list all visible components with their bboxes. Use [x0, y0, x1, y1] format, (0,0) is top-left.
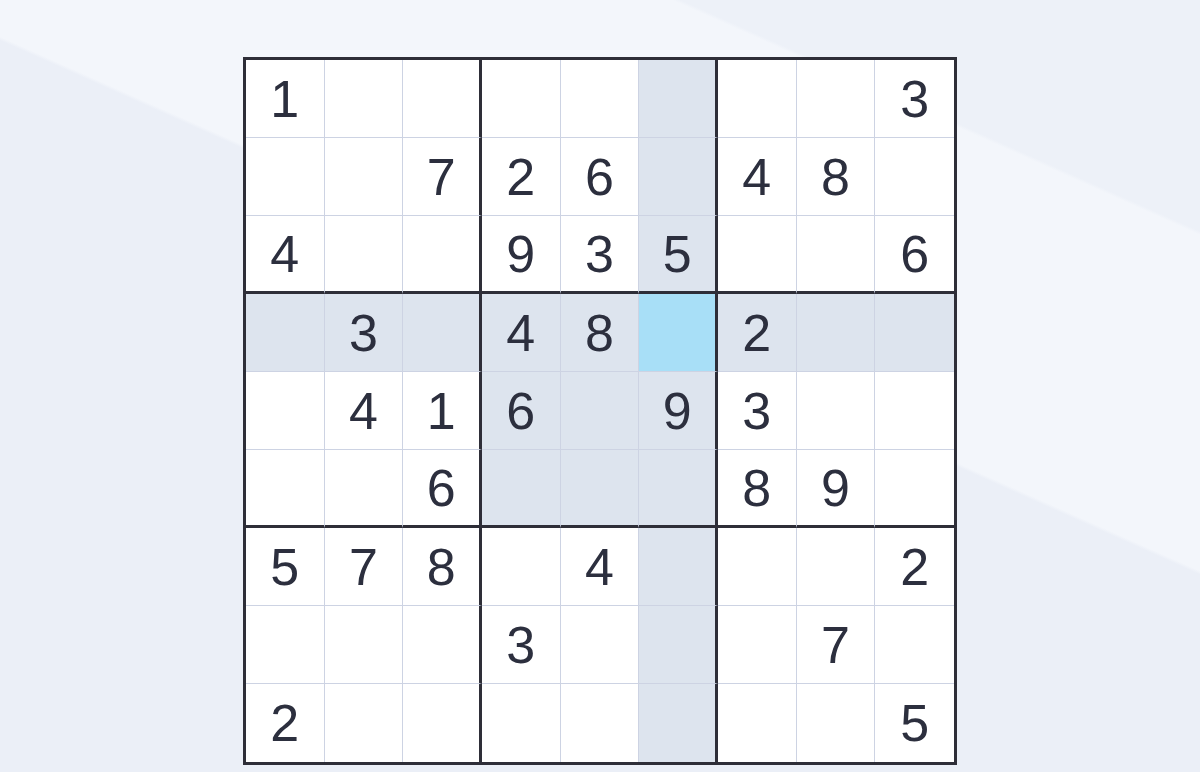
- cell-r1c1[interactable]: 1: [246, 60, 325, 138]
- cell-r7c6[interactable]: [639, 528, 718, 606]
- cell-r3c3[interactable]: [403, 216, 482, 294]
- cell-r8c4[interactable]: 3: [482, 606, 561, 684]
- cell-r9c6[interactable]: [639, 684, 718, 762]
- cell-r1c2[interactable]: [325, 60, 404, 138]
- cell-r4c5[interactable]: 8: [561, 294, 640, 372]
- cell-r1c3[interactable]: [403, 60, 482, 138]
- cell-r2c5[interactable]: 6: [561, 138, 640, 216]
- cell-r2c1[interactable]: [246, 138, 325, 216]
- cell-r1c8[interactable]: [797, 60, 876, 138]
- cell-r9c2[interactable]: [325, 684, 404, 762]
- cell-r7c9[interactable]: 2: [875, 528, 954, 606]
- cell-r5c3[interactable]: 1: [403, 372, 482, 450]
- cell-r9c7[interactable]: [718, 684, 797, 762]
- cell-r7c3[interactable]: 8: [403, 528, 482, 606]
- cell-r4c3[interactable]: [403, 294, 482, 372]
- cell-r3c1[interactable]: 4: [246, 216, 325, 294]
- page-background: { "game": "sudoku", "board": { "size": 9…: [0, 0, 1200, 772]
- cell-r7c7[interactable]: [718, 528, 797, 606]
- cell-r2c9[interactable]: [875, 138, 954, 216]
- cell-r2c8[interactable]: 8: [797, 138, 876, 216]
- cell-r9c3[interactable]: [403, 684, 482, 762]
- cell-r2c6[interactable]: [639, 138, 718, 216]
- cell-r2c7[interactable]: 4: [718, 138, 797, 216]
- cell-r5c9[interactable]: [875, 372, 954, 450]
- cell-r9c5[interactable]: [561, 684, 640, 762]
- cell-r1c9[interactable]: 3: [875, 60, 954, 138]
- cell-r1c6[interactable]: [639, 60, 718, 138]
- cell-r6c8[interactable]: 9: [797, 450, 876, 528]
- cell-r7c8[interactable]: [797, 528, 876, 606]
- cell-r9c9[interactable]: 5: [875, 684, 954, 762]
- cell-r3c8[interactable]: [797, 216, 876, 294]
- cell-r5c4[interactable]: 6: [482, 372, 561, 450]
- sudoku-board: 137264849356348241693689578423725: [243, 57, 957, 765]
- cell-r6c6[interactable]: [639, 450, 718, 528]
- cell-r8c8[interactable]: 7: [797, 606, 876, 684]
- cell-r6c3[interactable]: 6: [403, 450, 482, 528]
- cell-r3c2[interactable]: [325, 216, 404, 294]
- cell-r9c1[interactable]: 2: [246, 684, 325, 762]
- cell-r5c8[interactable]: [797, 372, 876, 450]
- cell-r8c9[interactable]: [875, 606, 954, 684]
- cell-r3c5[interactable]: 3: [561, 216, 640, 294]
- cell-r4c7[interactable]: 2: [718, 294, 797, 372]
- cell-r5c6[interactable]: 9: [639, 372, 718, 450]
- cell-r4c1[interactable]: [246, 294, 325, 372]
- cell-r3c7[interactable]: [718, 216, 797, 294]
- cell-r1c4[interactable]: [482, 60, 561, 138]
- cell-r7c2[interactable]: 7: [325, 528, 404, 606]
- cell-r1c7[interactable]: [718, 60, 797, 138]
- cell-r2c3[interactable]: 7: [403, 138, 482, 216]
- cell-r8c5[interactable]: [561, 606, 640, 684]
- cell-r1c5[interactable]: [561, 60, 640, 138]
- cell-r6c2[interactable]: [325, 450, 404, 528]
- cell-r3c4[interactable]: 9: [482, 216, 561, 294]
- cell-r3c9[interactable]: 6: [875, 216, 954, 294]
- cell-r8c3[interactable]: [403, 606, 482, 684]
- cell-r6c9[interactable]: [875, 450, 954, 528]
- cell-r4c9[interactable]: [875, 294, 954, 372]
- cell-r5c2[interactable]: 4: [325, 372, 404, 450]
- cell-r6c4[interactable]: [482, 450, 561, 528]
- cell-r2c2[interactable]: [325, 138, 404, 216]
- cell-r5c5[interactable]: [561, 372, 640, 450]
- cell-r5c7[interactable]: 3: [718, 372, 797, 450]
- cell-r8c1[interactable]: [246, 606, 325, 684]
- cell-r7c5[interactable]: 4: [561, 528, 640, 606]
- cell-r5c1[interactable]: [246, 372, 325, 450]
- cell-r9c8[interactable]: [797, 684, 876, 762]
- cell-r8c6[interactable]: [639, 606, 718, 684]
- cell-r2c4[interactable]: 2: [482, 138, 561, 216]
- cell-r6c1[interactable]: [246, 450, 325, 528]
- cell-r4c6[interactable]: [639, 294, 718, 372]
- cell-r6c5[interactable]: [561, 450, 640, 528]
- cell-r4c8[interactable]: [797, 294, 876, 372]
- cell-r4c2[interactable]: 3: [325, 294, 404, 372]
- cell-r7c1[interactable]: 5: [246, 528, 325, 606]
- cell-r9c4[interactable]: [482, 684, 561, 762]
- cell-r8c7[interactable]: [718, 606, 797, 684]
- cell-r6c7[interactable]: 8: [718, 450, 797, 528]
- cell-r7c4[interactable]: [482, 528, 561, 606]
- cell-r4c4[interactable]: 4: [482, 294, 561, 372]
- cell-r3c6[interactable]: 5: [639, 216, 718, 294]
- cell-r8c2[interactable]: [325, 606, 404, 684]
